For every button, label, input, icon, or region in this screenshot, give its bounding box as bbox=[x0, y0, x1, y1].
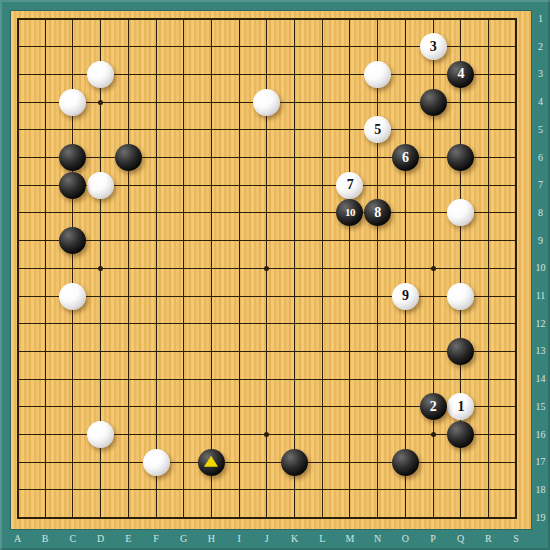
stone-white-C11[interactable] bbox=[59, 283, 86, 310]
go-board-frame: 13579246810ABCDEFGHIJKLMNOPQRS1234567891… bbox=[0, 0, 550, 550]
move-number-label: 2 bbox=[430, 400, 437, 414]
grid-line-vertical bbox=[377, 18, 378, 519]
move-number-label: 10 bbox=[345, 207, 355, 218]
row-label-12: 12 bbox=[531, 318, 550, 330]
stone-black-Q3[interactable]: 4 bbox=[447, 61, 474, 88]
move-number-label: 7 bbox=[347, 178, 354, 192]
grid-line-vertical bbox=[515, 18, 517, 519]
grid-line-horizontal bbox=[17, 379, 518, 380]
stone-black-H17[interactable] bbox=[198, 449, 225, 476]
column-label-H: H bbox=[200, 533, 222, 544]
row-label-16: 16 bbox=[531, 429, 550, 441]
column-label-D: D bbox=[90, 533, 112, 544]
row-label-5: 5 bbox=[531, 124, 550, 136]
stone-black-C7[interactable] bbox=[59, 172, 86, 199]
stone-white-D16[interactable] bbox=[87, 421, 114, 448]
stone-white-M7[interactable]: 7 bbox=[336, 172, 363, 199]
row-label-8: 8 bbox=[531, 207, 550, 219]
star-point bbox=[98, 100, 103, 105]
move-number-label: 9 bbox=[402, 289, 409, 303]
triangle-mark bbox=[204, 456, 218, 467]
column-label-K: K bbox=[284, 533, 306, 544]
column-label-B: B bbox=[34, 533, 56, 544]
column-label-I: I bbox=[228, 533, 250, 544]
row-label-17: 17 bbox=[531, 456, 550, 468]
row-label-10: 10 bbox=[531, 262, 550, 274]
row-label-6: 6 bbox=[531, 152, 550, 164]
column-label-L: L bbox=[311, 533, 333, 544]
column-label-O: O bbox=[394, 533, 416, 544]
row-label-15: 15 bbox=[531, 401, 550, 413]
star-point bbox=[431, 266, 436, 271]
star-point bbox=[431, 432, 436, 437]
row-label-1: 1 bbox=[531, 13, 550, 25]
move-number-label: 6 bbox=[402, 151, 409, 165]
stone-black-E6[interactable] bbox=[115, 144, 142, 171]
column-label-E: E bbox=[117, 533, 139, 544]
stone-black-Q13[interactable] bbox=[447, 338, 474, 365]
column-label-A: A bbox=[7, 533, 29, 544]
stone-white-C4[interactable] bbox=[59, 89, 86, 116]
row-label-9: 9 bbox=[531, 235, 550, 247]
stone-black-P4[interactable] bbox=[420, 89, 447, 116]
stone-black-Q16[interactable] bbox=[447, 421, 474, 448]
grid-line-vertical bbox=[322, 18, 323, 519]
move-number-label: 5 bbox=[374, 123, 381, 137]
column-label-P: P bbox=[422, 533, 444, 544]
grid-line-vertical bbox=[405, 18, 406, 519]
column-label-S: S bbox=[505, 533, 527, 544]
column-label-M: M bbox=[339, 533, 361, 544]
stone-white-D3[interactable] bbox=[87, 61, 114, 88]
row-label-7: 7 bbox=[531, 179, 550, 191]
column-label-Q: Q bbox=[450, 533, 472, 544]
stone-black-Q6[interactable] bbox=[447, 144, 474, 171]
grid-line-horizontal bbox=[17, 489, 518, 490]
stone-white-F17[interactable] bbox=[143, 449, 170, 476]
stone-black-P15[interactable]: 2 bbox=[420, 393, 447, 420]
star-point bbox=[98, 266, 103, 271]
stone-white-D7[interactable] bbox=[87, 172, 114, 199]
row-label-13: 13 bbox=[531, 345, 550, 357]
move-number-label: 4 bbox=[457, 67, 464, 81]
grid-line-horizontal bbox=[17, 296, 518, 297]
grid-line-horizontal bbox=[17, 323, 518, 324]
row-label-3: 3 bbox=[531, 68, 550, 80]
stone-black-O6[interactable]: 6 bbox=[392, 144, 419, 171]
column-label-C: C bbox=[62, 533, 84, 544]
row-label-11: 11 bbox=[531, 290, 550, 302]
grid-line-vertical bbox=[294, 18, 295, 519]
stone-black-O17[interactable] bbox=[392, 449, 419, 476]
row-label-19: 19 bbox=[531, 512, 550, 524]
column-label-N: N bbox=[367, 533, 389, 544]
stone-white-Q11[interactable] bbox=[447, 283, 474, 310]
grid-line-horizontal bbox=[17, 462, 518, 463]
move-number-label: 3 bbox=[430, 40, 437, 54]
stone-white-O11[interactable]: 9 bbox=[392, 283, 419, 310]
row-label-14: 14 bbox=[531, 373, 550, 385]
stone-white-P2[interactable]: 3 bbox=[420, 33, 447, 60]
move-number-label: 8 bbox=[374, 206, 381, 220]
grid-line-vertical bbox=[349, 18, 350, 519]
row-label-4: 4 bbox=[531, 96, 550, 108]
move-number-label: 1 bbox=[457, 400, 464, 414]
column-label-F: F bbox=[145, 533, 167, 544]
column-label-R: R bbox=[477, 533, 499, 544]
column-label-J: J bbox=[256, 533, 278, 544]
grid-line-vertical bbox=[488, 18, 489, 519]
grid-line-horizontal bbox=[17, 517, 518, 519]
row-label-2: 2 bbox=[531, 41, 550, 53]
grid-line-horizontal bbox=[17, 351, 518, 352]
go-board[interactable] bbox=[11, 11, 531, 529]
stone-black-K17[interactable] bbox=[281, 449, 308, 476]
column-label-G: G bbox=[173, 533, 195, 544]
stone-white-N3[interactable] bbox=[364, 61, 391, 88]
row-label-18: 18 bbox=[531, 484, 550, 496]
stone-white-J4[interactable] bbox=[253, 89, 280, 116]
